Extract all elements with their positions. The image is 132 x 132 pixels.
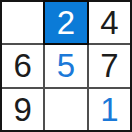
cell-r0c2[interactable]: 4: [89, 2, 130, 43]
cell-r2c1[interactable]: [45, 89, 86, 130]
cell-r1c1[interactable]: 5: [45, 45, 86, 86]
cell-r2c2[interactable]: 1: [89, 89, 130, 130]
sudoku-grid: 2 4 6 5 7 9 1: [0, 0, 132, 132]
cell-r2c0[interactable]: 9: [2, 89, 43, 130]
cell-r0c0[interactable]: [2, 2, 43, 43]
cell-r1c0[interactable]: 6: [2, 45, 43, 86]
cell-r1c2[interactable]: 7: [89, 45, 130, 86]
cell-r0c1[interactable]: 2: [45, 2, 86, 43]
